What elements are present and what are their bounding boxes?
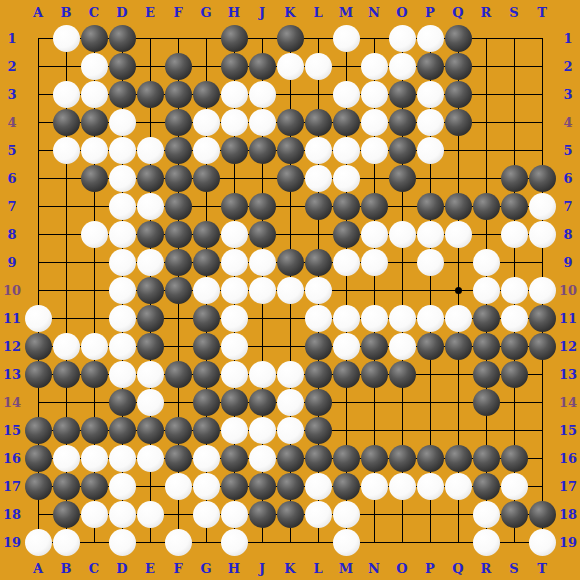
white-stone-B1 — [53, 25, 80, 52]
black-stone-L12 — [305, 333, 332, 360]
column-label-bottom: J — [259, 562, 265, 575]
white-stone-N9 — [361, 249, 388, 276]
black-stone-E8 — [137, 221, 164, 248]
white-stone-O1 — [389, 25, 416, 52]
white-stone-L11 — [305, 305, 332, 332]
white-stone-D17 — [109, 473, 136, 500]
black-stone-C6 — [81, 165, 108, 192]
row-label-right: 17 — [559, 480, 577, 493]
white-stone-M18 — [333, 501, 360, 528]
row-label-left: 17 — [3, 480, 21, 493]
black-stone-C13 — [81, 361, 108, 388]
white-stone-D11 — [109, 305, 136, 332]
white-stone-H3 — [221, 81, 248, 108]
white-stone-K14 — [277, 389, 304, 416]
column-label-top: N — [368, 6, 380, 19]
black-stone-F7 — [165, 193, 192, 220]
black-stone-M7 — [333, 193, 360, 220]
row-label-left: 11 — [3, 312, 21, 325]
white-stone-P5 — [417, 137, 444, 164]
black-stone-A13 — [25, 361, 52, 388]
white-stone-H18 — [221, 501, 248, 528]
white-stone-C3 — [81, 81, 108, 108]
row-label-left: 10 — [3, 284, 21, 297]
row-label-left: 14 — [3, 396, 21, 409]
column-label-bottom: T — [537, 562, 547, 575]
black-stone-O5 — [389, 137, 416, 164]
row-label-right: 11 — [559, 312, 577, 325]
column-label-top: A — [33, 6, 43, 19]
black-stone-H1 — [221, 25, 248, 52]
column-label-bottom: S — [509, 562, 518, 575]
white-stone-N4 — [361, 109, 388, 136]
white-stone-O12 — [389, 333, 416, 360]
row-label-left: 15 — [3, 424, 21, 437]
black-stone-Q2 — [445, 53, 472, 80]
white-stone-D7 — [109, 193, 136, 220]
white-stone-G18 — [193, 501, 220, 528]
white-stone-D9 — [109, 249, 136, 276]
black-stone-T18 — [529, 501, 556, 528]
black-stone-B18 — [53, 501, 80, 528]
white-stone-C8 — [81, 221, 108, 248]
white-stone-L2 — [305, 53, 332, 80]
row-label-right: 5 — [563, 144, 572, 157]
white-stone-M12 — [333, 333, 360, 360]
white-stone-P3 — [417, 81, 444, 108]
black-stone-K18 — [277, 501, 304, 528]
black-stone-F8 — [165, 221, 192, 248]
white-stone-T8 — [529, 221, 556, 248]
white-stone-L17 — [305, 473, 332, 500]
white-stone-H8 — [221, 221, 248, 248]
black-stone-L16 — [305, 445, 332, 472]
row-label-left: 2 — [7, 60, 16, 73]
black-stone-S7 — [501, 193, 528, 220]
white-stone-E16 — [137, 445, 164, 472]
white-stone-E14 — [137, 389, 164, 416]
white-stone-K2 — [277, 53, 304, 80]
black-stone-Q16 — [445, 445, 472, 472]
white-stone-D16 — [109, 445, 136, 472]
white-stone-D6 — [109, 165, 136, 192]
black-stone-K4 — [277, 109, 304, 136]
white-stone-J10 — [249, 277, 276, 304]
black-stone-Q7 — [445, 193, 472, 220]
black-stone-M8 — [333, 221, 360, 248]
black-stone-M13 — [333, 361, 360, 388]
white-stone-Q17 — [445, 473, 472, 500]
black-stone-K17 — [277, 473, 304, 500]
black-stone-E11 — [137, 305, 164, 332]
black-stone-R11 — [473, 305, 500, 332]
black-stone-P7 — [417, 193, 444, 220]
black-stone-K6 — [277, 165, 304, 192]
white-stone-P17 — [417, 473, 444, 500]
white-stone-L10 — [305, 277, 332, 304]
black-stone-P16 — [417, 445, 444, 472]
white-stone-T7 — [529, 193, 556, 220]
white-stone-J9 — [249, 249, 276, 276]
black-stone-J17 — [249, 473, 276, 500]
row-label-left: 18 — [3, 508, 21, 521]
black-stone-D14 — [109, 389, 136, 416]
column-label-bottom: O — [396, 562, 407, 575]
black-stone-C15 — [81, 417, 108, 444]
black-stone-B17 — [53, 473, 80, 500]
column-label-bottom: M — [339, 562, 353, 575]
white-stone-E18 — [137, 501, 164, 528]
white-stone-M6 — [333, 165, 360, 192]
black-stone-F3 — [165, 81, 192, 108]
white-stone-S10 — [501, 277, 528, 304]
black-stone-J18 — [249, 501, 276, 528]
white-stone-A11 — [25, 305, 52, 332]
white-stone-N17 — [361, 473, 388, 500]
column-label-top: P — [425, 6, 435, 19]
black-stone-E6 — [137, 165, 164, 192]
column-label-bottom: K — [284, 562, 295, 575]
column-label-bottom: R — [481, 562, 492, 575]
white-stone-J15 — [249, 417, 276, 444]
white-stone-O11 — [389, 305, 416, 332]
column-label-bottom: D — [116, 562, 127, 575]
column-label-top: R — [481, 6, 492, 19]
white-stone-D19 — [109, 529, 136, 556]
white-stone-N3 — [361, 81, 388, 108]
black-stone-F15 — [165, 417, 192, 444]
black-stone-O13 — [389, 361, 416, 388]
white-stone-H12 — [221, 333, 248, 360]
black-stone-R16 — [473, 445, 500, 472]
black-stone-R12 — [473, 333, 500, 360]
white-stone-J16 — [249, 445, 276, 472]
row-label-right: 1 — [563, 32, 572, 45]
row-label-right: 2 — [563, 60, 572, 73]
black-stone-S12 — [501, 333, 528, 360]
white-stone-H15 — [221, 417, 248, 444]
white-stone-G5 — [193, 137, 220, 164]
white-stone-P1 — [417, 25, 444, 52]
white-stone-E5 — [137, 137, 164, 164]
black-stone-L4 — [305, 109, 332, 136]
row-label-right: 14 — [559, 396, 577, 409]
white-stone-B5 — [53, 137, 80, 164]
black-stone-K9 — [277, 249, 304, 276]
black-stone-N16 — [361, 445, 388, 472]
black-stone-J5 — [249, 137, 276, 164]
column-label-bottom: E — [145, 562, 155, 575]
black-stone-S16 — [501, 445, 528, 472]
row-label-left: 19 — [3, 536, 21, 549]
black-stone-N7 — [361, 193, 388, 220]
white-stone-P8 — [417, 221, 444, 248]
white-stone-S11 — [501, 305, 528, 332]
column-label-top: J — [259, 6, 265, 19]
column-label-top: Q — [452, 6, 463, 19]
row-label-right: 9 — [563, 256, 572, 269]
column-label-top: G — [200, 6, 211, 19]
black-stone-G15 — [193, 417, 220, 444]
black-stone-H5 — [221, 137, 248, 164]
white-stone-P11 — [417, 305, 444, 332]
black-stone-R7 — [473, 193, 500, 220]
white-stone-B3 — [53, 81, 80, 108]
row-label-left: 6 — [7, 172, 16, 185]
white-stone-N5 — [361, 137, 388, 164]
black-stone-E10 — [137, 277, 164, 304]
white-stone-G17 — [193, 473, 220, 500]
black-stone-H16 — [221, 445, 248, 472]
black-stone-J2 — [249, 53, 276, 80]
black-stone-F16 — [165, 445, 192, 472]
column-label-top: M — [339, 6, 353, 19]
white-stone-H13 — [221, 361, 248, 388]
row-label-left: 9 — [7, 256, 16, 269]
black-stone-L13 — [305, 361, 332, 388]
column-label-top: F — [173, 6, 182, 19]
black-stone-J14 — [249, 389, 276, 416]
black-stone-B13 — [53, 361, 80, 388]
row-label-left: 8 — [7, 228, 16, 241]
row-label-right: 4 — [563, 116, 572, 129]
row-label-right: 6 — [563, 172, 572, 185]
black-stone-T12 — [529, 333, 556, 360]
row-label-left: 13 — [3, 368, 21, 381]
black-stone-F5 — [165, 137, 192, 164]
white-stone-O8 — [389, 221, 416, 248]
black-stone-H2 — [221, 53, 248, 80]
black-stone-F4 — [165, 109, 192, 136]
white-stone-L6 — [305, 165, 332, 192]
white-stone-M3 — [333, 81, 360, 108]
black-stone-N13 — [361, 361, 388, 388]
white-stone-N2 — [361, 53, 388, 80]
white-stone-H4 — [221, 109, 248, 136]
black-stone-T6 — [529, 165, 556, 192]
white-stone-G16 — [193, 445, 220, 472]
white-stone-C16 — [81, 445, 108, 472]
black-stone-E15 — [137, 417, 164, 444]
row-label-right: 15 — [559, 424, 577, 437]
column-label-bottom: G — [200, 562, 211, 575]
white-stone-D13 — [109, 361, 136, 388]
white-stone-D4 — [109, 109, 136, 136]
row-label-right: 3 — [563, 88, 572, 101]
black-stone-T11 — [529, 305, 556, 332]
white-stone-S17 — [501, 473, 528, 500]
row-label-right: 8 — [563, 228, 572, 241]
white-stone-N8 — [361, 221, 388, 248]
black-stone-G12 — [193, 333, 220, 360]
white-stone-G10 — [193, 277, 220, 304]
black-stone-L9 — [305, 249, 332, 276]
white-stone-O2 — [389, 53, 416, 80]
black-stone-G6 — [193, 165, 220, 192]
column-label-top: H — [228, 6, 240, 19]
black-stone-D1 — [109, 25, 136, 52]
black-stone-S18 — [501, 501, 528, 528]
black-stone-C4 — [81, 109, 108, 136]
black-stone-F9 — [165, 249, 192, 276]
white-stone-N11 — [361, 305, 388, 332]
black-stone-E12 — [137, 333, 164, 360]
row-label-left: 3 — [7, 88, 16, 101]
black-stone-F10 — [165, 277, 192, 304]
black-stone-F6 — [165, 165, 192, 192]
white-stone-M9 — [333, 249, 360, 276]
black-stone-M17 — [333, 473, 360, 500]
white-stone-B19 — [53, 529, 80, 556]
column-label-top: T — [537, 6, 547, 19]
black-stone-F13 — [165, 361, 192, 388]
black-stone-A15 — [25, 417, 52, 444]
white-stone-R9 — [473, 249, 500, 276]
column-label-top: B — [61, 6, 72, 19]
black-stone-P2 — [417, 53, 444, 80]
black-stone-S13 — [501, 361, 528, 388]
star-point — [455, 287, 462, 294]
black-stone-K16 — [277, 445, 304, 472]
white-stone-J4 — [249, 109, 276, 136]
black-stone-J8 — [249, 221, 276, 248]
column-label-top: D — [116, 6, 127, 19]
black-stone-P12 — [417, 333, 444, 360]
row-label-right: 19 — [559, 536, 577, 549]
white-stone-D5 — [109, 137, 136, 164]
white-stone-E7 — [137, 193, 164, 220]
white-stone-D18 — [109, 501, 136, 528]
white-stone-H11 — [221, 305, 248, 332]
black-stone-D15 — [109, 417, 136, 444]
black-stone-G8 — [193, 221, 220, 248]
black-stone-E3 — [137, 81, 164, 108]
white-stone-O17 — [389, 473, 416, 500]
white-stone-H10 — [221, 277, 248, 304]
white-stone-M11 — [333, 305, 360, 332]
column-label-top: C — [89, 6, 99, 19]
row-label-left: 7 — [7, 200, 16, 213]
black-stone-G14 — [193, 389, 220, 416]
white-stone-Q8 — [445, 221, 472, 248]
black-stone-D2 — [109, 53, 136, 80]
column-label-bottom: H — [228, 562, 240, 575]
white-stone-R19 — [473, 529, 500, 556]
row-label-right: 18 — [559, 508, 577, 521]
row-label-right: 16 — [559, 452, 577, 465]
white-stone-G4 — [193, 109, 220, 136]
white-stone-K15 — [277, 417, 304, 444]
white-stone-D12 — [109, 333, 136, 360]
white-stone-H19 — [221, 529, 248, 556]
white-stone-M19 — [333, 529, 360, 556]
column-label-bottom: L — [313, 562, 322, 575]
white-stone-R18 — [473, 501, 500, 528]
white-stone-L18 — [305, 501, 332, 528]
white-stone-D8 — [109, 221, 136, 248]
black-stone-L14 — [305, 389, 332, 416]
column-label-bottom: N — [368, 562, 380, 575]
row-label-left: 5 — [7, 144, 16, 157]
white-stone-E9 — [137, 249, 164, 276]
white-stone-A19 — [25, 529, 52, 556]
go-board[interactable]: AABBCCDDEEFFGGHHJJKKLLMMNNOOPPQQRRSSTT11… — [0, 0, 580, 580]
white-stone-B16 — [53, 445, 80, 472]
column-label-top: O — [396, 6, 407, 19]
black-stone-O3 — [389, 81, 416, 108]
black-stone-M16 — [333, 445, 360, 472]
black-stone-O4 — [389, 109, 416, 136]
black-stone-H7 — [221, 193, 248, 220]
column-label-top: S — [509, 6, 518, 19]
column-label-bottom: C — [89, 562, 99, 575]
black-stone-H14 — [221, 389, 248, 416]
white-stone-S8 — [501, 221, 528, 248]
black-stone-G11 — [193, 305, 220, 332]
black-stone-Q4 — [445, 109, 472, 136]
column-label-bottom: B — [61, 562, 72, 575]
column-label-top: E — [145, 6, 155, 19]
white-stone-C2 — [81, 53, 108, 80]
black-stone-D3 — [109, 81, 136, 108]
white-stone-P4 — [417, 109, 444, 136]
black-stone-A17 — [25, 473, 52, 500]
column-label-top: K — [284, 6, 295, 19]
white-stone-T10 — [529, 277, 556, 304]
black-stone-O16 — [389, 445, 416, 472]
black-stone-H17 — [221, 473, 248, 500]
column-label-bottom: Q — [452, 562, 463, 575]
black-stone-A12 — [25, 333, 52, 360]
white-stone-F17 — [165, 473, 192, 500]
white-stone-C5 — [81, 137, 108, 164]
row-label-left: 16 — [3, 452, 21, 465]
white-stone-H9 — [221, 249, 248, 276]
row-label-left: 4 — [7, 116, 16, 129]
black-stone-Q12 — [445, 333, 472, 360]
black-stone-G9 — [193, 249, 220, 276]
white-stone-R10 — [473, 277, 500, 304]
white-stone-D10 — [109, 277, 136, 304]
white-stone-K10 — [277, 277, 304, 304]
black-stone-R13 — [473, 361, 500, 388]
black-stone-C1 — [81, 25, 108, 52]
row-label-right: 13 — [559, 368, 577, 381]
column-label-top: L — [313, 6, 322, 19]
row-label-left: 12 — [3, 340, 21, 353]
black-stone-K5 — [277, 137, 304, 164]
black-stone-A16 — [25, 445, 52, 472]
row-label-right: 12 — [559, 340, 577, 353]
white-stone-M5 — [333, 137, 360, 164]
white-stone-C12 — [81, 333, 108, 360]
black-stone-J7 — [249, 193, 276, 220]
column-label-bottom: F — [173, 562, 182, 575]
black-stone-R14 — [473, 389, 500, 416]
black-stone-L15 — [305, 417, 332, 444]
white-stone-T19 — [529, 529, 556, 556]
black-stone-O6 — [389, 165, 416, 192]
column-label-bottom: A — [33, 562, 43, 575]
white-stone-L5 — [305, 137, 332, 164]
white-stone-K13 — [277, 361, 304, 388]
white-stone-B12 — [53, 333, 80, 360]
black-stone-B15 — [53, 417, 80, 444]
black-stone-B4 — [53, 109, 80, 136]
black-stone-Q3 — [445, 81, 472, 108]
black-stone-M4 — [333, 109, 360, 136]
row-label-right: 10 — [559, 284, 577, 297]
